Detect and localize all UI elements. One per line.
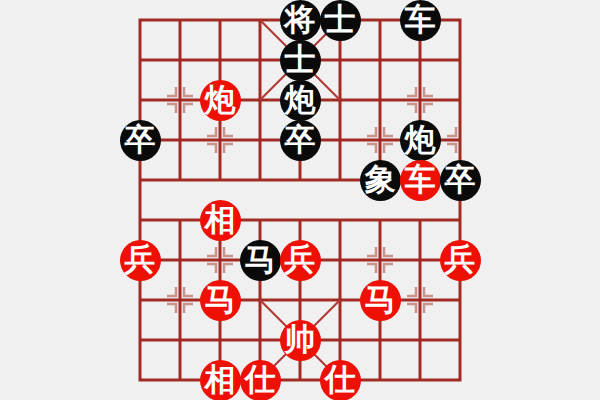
piece-red-cannon[interactable]: 炮 [200, 80, 241, 121]
piece-red-soldier[interactable]: 兵 [120, 240, 161, 281]
piece-red-horse[interactable]: 马 [200, 280, 241, 321]
piece-glyph: 帅 [285, 324, 316, 355]
piece-glyph: 仕 [325, 364, 356, 395]
piece-glyph: 象 [365, 164, 396, 195]
piece-black-horse[interactable]: 马 [240, 240, 281, 281]
piece-red-elephant[interactable]: 相 [200, 360, 241, 400]
piece-glyph: 车 [405, 164, 436, 195]
piece-glyph: 炮 [285, 84, 316, 115]
piece-black-soldier[interactable]: 卒 [280, 120, 321, 161]
piece-glyph: 兵 [125, 244, 156, 275]
piece-glyph: 卒 [445, 164, 476, 195]
piece-glyph: 卒 [125, 124, 156, 155]
piece-glyph: 仕 [245, 364, 276, 395]
piece-glyph: 车 [405, 4, 436, 35]
piece-glyph: 士 [325, 4, 356, 35]
piece-glyph: 炮 [405, 124, 436, 155]
piece-red-advisor[interactable]: 仕 [320, 360, 361, 400]
piece-glyph: 兵 [285, 244, 316, 275]
piece-black-soldier[interactable]: 卒 [120, 120, 161, 161]
piece-glyph: 卒 [285, 124, 316, 155]
piece-black-chariot[interactable]: 车 [400, 0, 441, 41]
piece-glyph: 马 [205, 284, 236, 315]
piece-black-elephant[interactable]: 象 [360, 160, 401, 201]
piece-red-elephant[interactable]: 相 [200, 200, 241, 241]
piece-red-advisor[interactable]: 仕 [240, 360, 281, 400]
piece-black-soldier[interactable]: 卒 [440, 160, 481, 201]
piece-glyph: 马 [245, 244, 276, 275]
piece-black-general[interactable]: 将 [280, 0, 321, 41]
piece-red-horse[interactable]: 马 [360, 280, 401, 321]
piece-glyph: 将 [285, 4, 316, 35]
piece-glyph: 士 [285, 44, 316, 75]
piece-glyph: 兵 [445, 244, 476, 275]
piece-glyph: 炮 [205, 84, 236, 115]
piece-black-advisor[interactable]: 士 [280, 40, 321, 81]
piece-glyph: 相 [205, 204, 236, 235]
piece-glyph: 马 [365, 284, 396, 315]
piece-red-soldier[interactable]: 兵 [440, 240, 481, 281]
piece-black-cannon[interactable]: 炮 [400, 120, 441, 161]
piece-red-chariot[interactable]: 车 [400, 160, 441, 201]
piece-black-cannon[interactable]: 炮 [280, 80, 321, 121]
piece-glyph: 相 [205, 364, 236, 395]
piece-red-soldier[interactable]: 兵 [280, 240, 321, 281]
piece-red-general[interactable]: 帅 [280, 320, 321, 361]
piece-black-advisor[interactable]: 士 [320, 0, 361, 41]
xiangqi-app: 将士车士炮炮卒卒炮象车卒相兵马兵兵马马帅相仕仕 [0, 0, 600, 400]
